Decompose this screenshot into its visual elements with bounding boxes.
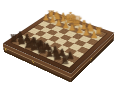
square: ♟	[67, 55, 80, 63]
chessboard: ♜♞♝♚♛♝♞♜♟♟♟♟♟♟♟♟♟♟♟♟♟♟♟♟♜♞♝♚♛♝♞♜	[3, 11, 115, 73]
chess-piece-dark-knight: ♞	[16, 35, 27, 47]
chess-piece-light-knight: ♞	[86, 22, 96, 33]
chess-piece-dark-rook: ♜	[10, 34, 19, 44]
brass-hinge-icon	[32, 60, 34, 63]
square: ♟	[17, 35, 29, 42]
chess-set-scene: ♜♞♝♚♛♝♞♜♟♟♟♟♟♟♟♟♟♟♟♟♟♟♟♟♜♞♝♚♛♝♞♜	[0, 0, 120, 89]
brass-hinge-icon	[91, 57, 92, 60]
square: ♜	[95, 31, 106, 37]
brass-hinge-icon	[4, 47, 6, 50]
product-photo-canvas: ♜♞♝♚♛♝♞♜♟♟♟♟♟♟♟♟♟♟♟♟♟♟♟♟♜♞♝♚♛♝♞♜	[0, 0, 120, 89]
folding-chess-box: ♜♞♝♚♛♝♞♜♟♟♟♟♟♟♟♟♟♟♟♟♟♟♟♟♜♞♝♚♛♝♞♜	[3, 11, 115, 73]
